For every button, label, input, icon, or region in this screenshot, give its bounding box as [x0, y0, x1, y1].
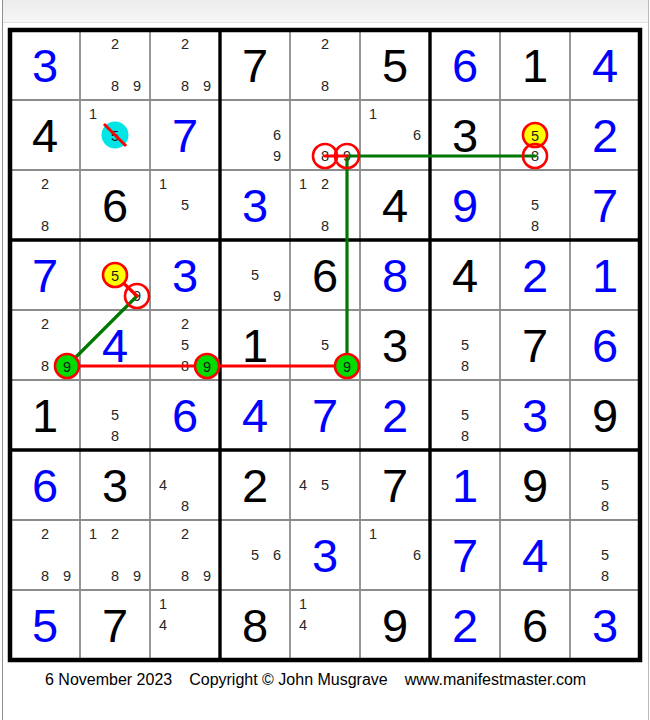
cell-r2c3[interactable]: 7 — [150, 100, 220, 170]
candidate-9: 9 — [203, 79, 211, 94]
solved-digit: 1 — [570, 240, 640, 310]
candidate-9: 9 — [343, 149, 351, 164]
candidate-2: 2 — [321, 177, 329, 192]
solved-digit: 5 — [10, 590, 80, 660]
candidate-5: 5 — [601, 478, 609, 493]
candidate-1: 1 — [159, 177, 167, 192]
window-left-border — [2, 0, 3, 720]
cell-r9c9[interactable]: 3 — [570, 590, 640, 660]
candidate-2: 2 — [181, 37, 189, 52]
candidate-9: 9 — [203, 359, 211, 374]
candidate-4: 4 — [299, 618, 307, 633]
candidate-5: 5 — [321, 338, 329, 353]
candidate-2: 2 — [111, 37, 119, 52]
cell-r6c7[interactable]: 58 — [430, 380, 500, 450]
candidate-6: 6 — [413, 128, 421, 143]
candidate-8: 8 — [461, 429, 469, 444]
cell-r7c4[interactable]: 2 — [220, 450, 290, 520]
solved-digit: 7 — [10, 240, 80, 310]
cell-r1c7[interactable]: 6 — [430, 30, 500, 100]
solved-digit: 7 — [430, 520, 500, 590]
solved-digit: 6 — [10, 450, 80, 520]
cell-r6c3[interactable]: 6 — [150, 380, 220, 450]
cell-r6c4[interactable]: 4 — [220, 380, 290, 450]
candidate-4: 4 — [159, 478, 167, 493]
candidate-2: 2 — [111, 527, 119, 542]
solved-digit: 3 — [500, 380, 570, 450]
cell-r3c6[interactable]: 4 — [360, 170, 430, 240]
candidate-2: 2 — [181, 527, 189, 542]
candidate-5: 5 — [461, 408, 469, 423]
solved-digit: 3 — [10, 30, 80, 100]
candidate-5: 5 — [111, 128, 119, 143]
cell-r1c8[interactable]: 1 — [500, 30, 570, 100]
candidate-5: 5 — [531, 128, 539, 143]
candidate-5: 5 — [601, 548, 609, 563]
candidate-2: 2 — [41, 177, 49, 192]
window-top-edge — [3, 0, 649, 23]
cell-r3c5[interactable]: 128 — [290, 170, 360, 240]
candidate-8: 8 — [111, 79, 119, 94]
given-digit: 6 — [290, 240, 360, 310]
solved-digit: 6 — [430, 30, 500, 100]
given-digit: 1 — [220, 310, 290, 380]
candidate-8: 8 — [41, 569, 49, 584]
given-digit: 9 — [570, 380, 640, 450]
cell-r2c6[interactable]: 16 — [360, 100, 430, 170]
cell-r4c7[interactable]: 4 — [430, 240, 500, 310]
cell-r7c8[interactable]: 9 — [500, 450, 570, 520]
cell-r5c3[interactable]: 2589 — [150, 310, 220, 380]
window-right-border — [648, 0, 649, 720]
cell-r1c1[interactable]: 3 — [10, 30, 80, 100]
cell-r7c7[interactable]: 1 — [430, 450, 500, 520]
given-digit: 7 — [360, 450, 430, 520]
cell-r6c9[interactable]: 9 — [570, 380, 640, 450]
solved-digit: 3 — [570, 590, 640, 660]
cell-r9c1[interactable]: 5 — [10, 590, 80, 660]
given-digit: 7 — [220, 30, 290, 100]
candidate-1: 1 — [89, 107, 97, 122]
cell-r5c7[interactable]: 58 — [430, 310, 500, 380]
given-digit: 9 — [360, 590, 430, 660]
given-digit: 1 — [10, 380, 80, 450]
cell-r2c5[interactable]: 89 — [290, 100, 360, 170]
candidate-9: 9 — [133, 569, 141, 584]
candidate-8: 8 — [41, 219, 49, 234]
cell-r3c8[interactable]: 58 — [500, 170, 570, 240]
cell-r5c4[interactable]: 1 — [220, 310, 290, 380]
given-digit: 7 — [500, 310, 570, 380]
given-digit: 2 — [220, 450, 290, 520]
solved-digit: 2 — [570, 100, 640, 170]
candidate-6: 6 — [273, 128, 281, 143]
given-digit: 4 — [10, 100, 80, 170]
given-digit: 8 — [220, 590, 290, 660]
candidate-9: 9 — [63, 569, 71, 584]
candidate-8: 8 — [461, 359, 469, 374]
solved-digit: 8 — [360, 240, 430, 310]
cell-r4c8[interactable]: 2 — [500, 240, 570, 310]
given-digit: 9 — [500, 450, 570, 520]
cell-r7c9[interactable]: 58 — [570, 450, 640, 520]
cell-r4c6[interactable]: 8 — [360, 240, 430, 310]
candidate-1: 1 — [299, 177, 307, 192]
candidate-9: 9 — [133, 79, 141, 94]
solved-digit: 2 — [430, 590, 500, 660]
cell-r7c1[interactable]: 6 — [10, 450, 80, 520]
solved-digit: 7 — [570, 170, 640, 240]
candidate-5: 5 — [321, 478, 329, 493]
candidate-9: 9 — [63, 359, 71, 374]
candidate-9: 9 — [273, 289, 281, 304]
cell-r3c9[interactable]: 7 — [570, 170, 640, 240]
candidate-1: 1 — [299, 597, 307, 612]
candidate-8: 8 — [181, 569, 189, 584]
cell-r8c9[interactable]: 58 — [570, 520, 640, 590]
candidate-8: 8 — [321, 79, 329, 94]
candidate-5: 5 — [251, 548, 259, 563]
cell-r7c2[interactable]: 3 — [80, 450, 150, 520]
footer-date: 6 November 2023 — [45, 671, 172, 689]
cell-r4c5[interactable]: 6 — [290, 240, 360, 310]
cell-r2c7[interactable]: 3 — [430, 100, 500, 170]
solved-digit: 6 — [150, 380, 220, 450]
cell-r8c2[interactable]: 1289 — [80, 520, 150, 590]
cell-r2c2[interactable]: 15 — [80, 100, 150, 170]
candidate-5: 5 — [181, 198, 189, 213]
cell-r1c3[interactable]: 289 — [150, 30, 220, 100]
candidate-9: 9 — [133, 289, 141, 304]
cell-r6c2[interactable]: 58 — [80, 380, 150, 450]
candidate-5: 5 — [531, 198, 539, 213]
cell-r5c6[interactable]: 3 — [360, 310, 430, 380]
cell-r5c5[interactable]: 59 — [290, 310, 360, 380]
cell-r1c4[interactable]: 7 — [220, 30, 290, 100]
candidate-8: 8 — [601, 499, 609, 514]
cell-r3c1[interactable]: 28 — [10, 170, 80, 240]
solved-digit: 3 — [150, 240, 220, 310]
candidate-8: 8 — [181, 359, 189, 374]
given-digit: 3 — [430, 100, 500, 170]
cell-r2c9[interactable]: 2 — [570, 100, 640, 170]
candidate-4: 4 — [299, 478, 307, 493]
given-digit: 6 — [80, 170, 150, 240]
solved-digit: 6 — [570, 310, 640, 380]
candidate-4: 4 — [159, 618, 167, 633]
candidate-9: 9 — [343, 359, 351, 374]
given-digit: 4 — [430, 240, 500, 310]
candidate-6: 6 — [413, 548, 421, 563]
candidate-8: 8 — [41, 359, 49, 374]
candidate-9: 9 — [273, 149, 281, 164]
cell-r6c5[interactable]: 7 — [290, 380, 360, 450]
candidate-8: 8 — [321, 149, 329, 164]
candidate-8: 8 — [321, 219, 329, 234]
cell-r3c2[interactable]: 6 — [80, 170, 150, 240]
candidate-5: 5 — [111, 268, 119, 283]
solved-digit: 4 — [500, 520, 570, 590]
candidate-2: 2 — [181, 317, 189, 332]
cell-r9c2[interactable]: 7 — [80, 590, 150, 660]
solved-digit: 1 — [430, 450, 500, 520]
candidate-5: 5 — [181, 338, 189, 353]
cell-r4c4[interactable]: 59 — [220, 240, 290, 310]
candidate-9: 9 — [203, 569, 211, 584]
given-digit: 1 — [500, 30, 570, 100]
cell-r3c4[interactable]: 3 — [220, 170, 290, 240]
candidate-1: 1 — [369, 107, 377, 122]
candidate-2: 2 — [41, 317, 49, 332]
given-digit: 5 — [360, 30, 430, 100]
solved-digit: 4 — [570, 30, 640, 100]
candidate-1: 1 — [369, 527, 377, 542]
candidate-2: 2 — [321, 37, 329, 52]
cell-r9c4[interactable]: 8 — [220, 590, 290, 660]
cell-r9c7[interactable]: 2 — [430, 590, 500, 660]
candidate-8: 8 — [181, 499, 189, 514]
cell-r8c8[interactable]: 4 — [500, 520, 570, 590]
cell-r9c3[interactable]: 14 — [150, 590, 220, 660]
cell-r3c3[interactable]: 15 — [150, 170, 220, 240]
candidate-8: 8 — [111, 429, 119, 444]
given-digit: 3 — [360, 310, 430, 380]
candidate-5: 5 — [251, 268, 259, 283]
cell-r5c2[interactable]: 4 — [80, 310, 150, 380]
cell-r5c8[interactable]: 7 — [500, 310, 570, 380]
candidate-1: 1 — [89, 527, 97, 542]
candidate-8: 8 — [531, 149, 539, 164]
solved-digit: 4 — [80, 310, 150, 380]
footer-copyright: Copyright © John Musgrave — [189, 671, 388, 689]
sudoku-board: 3289289728561441576989163582286153128495… — [10, 30, 640, 660]
solved-digit: 3 — [290, 520, 360, 590]
solved-digit: 2 — [360, 380, 430, 450]
cell-r5c1[interactable]: 289 — [10, 310, 80, 380]
footer: 6 November 2023 Copyright © John Musgrav… — [45, 671, 586, 689]
solved-digit: 4 — [220, 380, 290, 450]
cell-r8c7[interactable]: 7 — [430, 520, 500, 590]
cell-r8c6[interactable]: 16 — [360, 520, 430, 590]
candidate-5: 5 — [111, 408, 119, 423]
cell-r1c5[interactable]: 28 — [290, 30, 360, 100]
cell-r2c1[interactable]: 4 — [10, 100, 80, 170]
cell-r4c9[interactable]: 1 — [570, 240, 640, 310]
cell-r4c2[interactable]: 59 — [80, 240, 150, 310]
solved-digit: 7 — [290, 380, 360, 450]
cell-r1c2[interactable]: 289 — [80, 30, 150, 100]
candidate-8: 8 — [111, 569, 119, 584]
cell-r7c6[interactable]: 7 — [360, 450, 430, 520]
footer-website: www.manifestmaster.com — [405, 671, 586, 689]
solved-digit: 7 — [150, 100, 220, 170]
candidate-2: 2 — [41, 527, 49, 542]
given-digit: 4 — [360, 170, 430, 240]
cell-r6c1[interactable]: 1 — [10, 380, 80, 450]
cell-r5c9[interactable]: 6 — [570, 310, 640, 380]
cell-r4c1[interactable]: 7 — [10, 240, 80, 310]
cell-r7c3[interactable]: 48 — [150, 450, 220, 520]
cell-r9c6[interactable]: 9 — [360, 590, 430, 660]
candidate-5: 5 — [461, 338, 469, 353]
given-digit: 7 — [80, 590, 150, 660]
cell-r2c8[interactable]: 58 — [500, 100, 570, 170]
candidate-6: 6 — [273, 548, 281, 563]
candidate-1: 1 — [159, 597, 167, 612]
cell-r1c6[interactable]: 5 — [360, 30, 430, 100]
cell-r9c8[interactable]: 6 — [500, 590, 570, 660]
cell-r8c1[interactable]: 289 — [10, 520, 80, 590]
solved-digit: 2 — [500, 240, 570, 310]
solved-digit: 3 — [220, 170, 290, 240]
cell-r2c4[interactable]: 69 — [220, 100, 290, 170]
cell-r6c6[interactable]: 2 — [360, 380, 430, 450]
given-digit: 3 — [80, 450, 150, 520]
cell-r4c3[interactable]: 3 — [150, 240, 220, 310]
candidate-8: 8 — [601, 569, 609, 584]
solved-digit: 9 — [430, 170, 500, 240]
given-digit: 6 — [500, 590, 570, 660]
cell-r8c3[interactable]: 289 — [150, 520, 220, 590]
cell-r7c5[interactable]: 45 — [290, 450, 360, 520]
candidate-8: 8 — [531, 219, 539, 234]
cell-r8c4[interactable]: 56 — [220, 520, 290, 590]
cell-r3c7[interactable]: 9 — [430, 170, 500, 240]
cell-r6c8[interactable]: 3 — [500, 380, 570, 450]
cell-r8c5[interactable]: 3 — [290, 520, 360, 590]
cell-r9c5[interactable]: 14 — [290, 590, 360, 660]
candidate-8: 8 — [181, 79, 189, 94]
cell-r1c9[interactable]: 4 — [570, 30, 640, 100]
